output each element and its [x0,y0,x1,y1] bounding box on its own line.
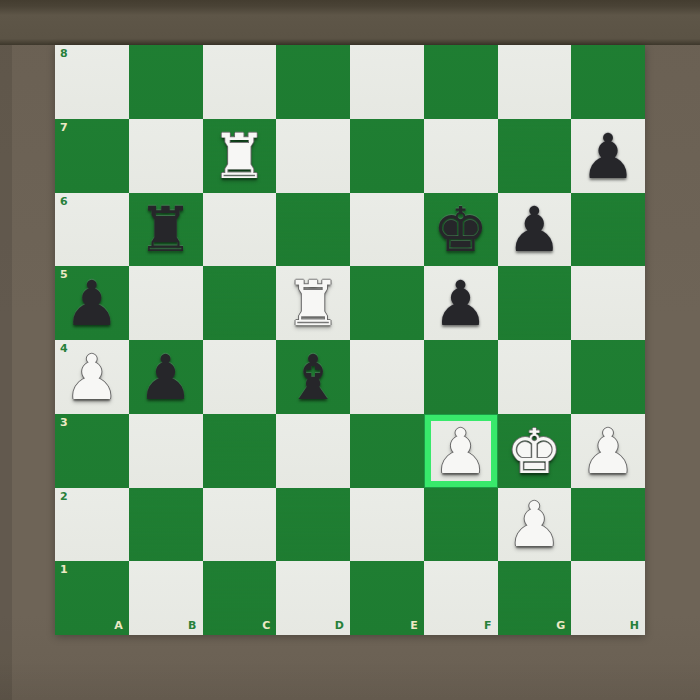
square-a4[interactable]: 4♟ [55,340,129,414]
file-label-a: A [114,620,123,631]
square-a7[interactable]: 7 [55,119,129,193]
square-e6[interactable] [350,193,424,267]
file-label-h: H [630,620,639,631]
square-d7[interactable] [276,119,350,193]
file-label-g: G [556,620,565,631]
square-g4[interactable] [498,340,572,414]
square-g7[interactable] [498,119,572,193]
square-d8[interactable] [276,45,350,119]
square-a5[interactable]: 5♟ [55,266,129,340]
square-f4[interactable] [424,340,498,414]
file-label-c: C [262,620,270,631]
rank-label-2: 2 [60,491,68,502]
file-label-f: F [484,620,492,631]
square-h1[interactable]: H [571,561,645,635]
square-h8[interactable] [571,45,645,119]
square-a8[interactable]: 8 [55,45,129,119]
square-c2[interactable] [203,488,277,562]
square-g8[interactable] [498,45,572,119]
square-b6[interactable]: ♜ [129,193,203,267]
square-a6[interactable]: 6 [55,193,129,267]
black-pawn-h7[interactable]: ♟ [580,126,636,188]
square-e1[interactable]: E [350,561,424,635]
square-f7[interactable] [424,119,498,193]
square-e8[interactable] [350,45,424,119]
square-d1[interactable]: D [276,561,350,635]
square-g3[interactable]: ♚ [498,414,572,488]
square-b4[interactable]: ♟ [129,340,203,414]
white-king-g3[interactable]: ♚ [507,421,563,483]
white-pawn-g2[interactable]: ♟ [507,494,563,556]
square-h2[interactable] [571,488,645,562]
square-h5[interactable] [571,266,645,340]
square-d6[interactable] [276,193,350,267]
square-c8[interactable] [203,45,277,119]
square-c7[interactable]: ♜ [203,119,277,193]
square-h4[interactable] [571,340,645,414]
square-g5[interactable] [498,266,572,340]
black-pawn-g6[interactable]: ♟ [507,199,563,261]
black-pawn-b4[interactable]: ♟ [138,347,194,409]
square-b2[interactable] [129,488,203,562]
square-f8[interactable] [424,45,498,119]
square-c5[interactable] [203,266,277,340]
background-bottom-shade [0,660,700,700]
black-rook-b6[interactable]: ♜ [138,199,194,261]
black-king-f6[interactable]: ♚ [433,199,489,261]
table-background: 87♜♟6♜♚♟5♟♜♟4♟♟♝3♟♚♟2♟1ABCDEFGH [0,0,700,700]
square-g1[interactable]: G [498,561,572,635]
square-f5[interactable]: ♟ [424,266,498,340]
square-e4[interactable] [350,340,424,414]
square-e5[interactable] [350,266,424,340]
black-bishop-d4[interactable]: ♝ [285,347,341,409]
chess-board: 87♜♟6♜♚♟5♟♜♟4♟♟♝3♟♚♟2♟1ABCDEFGH [55,45,645,635]
white-pawn-f3[interactable]: ♟ [433,421,489,483]
file-label-b: B [188,620,196,631]
file-label-e: E [410,620,418,631]
square-d3[interactable] [276,414,350,488]
square-b7[interactable] [129,119,203,193]
square-f6[interactable]: ♚ [424,193,498,267]
rank-label-1: 1 [60,564,68,575]
square-f1[interactable]: F [424,561,498,635]
square-e2[interactable] [350,488,424,562]
square-d2[interactable] [276,488,350,562]
square-d5[interactable]: ♜ [276,266,350,340]
square-b8[interactable] [129,45,203,119]
square-e7[interactable] [350,119,424,193]
background-left-edge [0,45,12,700]
square-h6[interactable] [571,193,645,267]
square-f2[interactable] [424,488,498,562]
file-label-d: D [335,620,344,631]
square-a2[interactable]: 2 [55,488,129,562]
square-h3[interactable]: ♟ [571,414,645,488]
square-h7[interactable]: ♟ [571,119,645,193]
black-pawn-a5[interactable]: ♟ [64,273,120,335]
square-b1[interactable]: B [129,561,203,635]
highlighted-square-f3[interactable]: ♟ [424,414,498,488]
white-pawn-a4[interactable]: ♟ [64,347,120,409]
square-g2[interactable]: ♟ [498,488,572,562]
square-g6[interactable]: ♟ [498,193,572,267]
square-c4[interactable] [203,340,277,414]
black-pawn-f5[interactable]: ♟ [433,273,489,335]
square-e3[interactable] [350,414,424,488]
rank-label-6: 6 [60,196,68,207]
square-a1[interactable]: 1A [55,561,129,635]
square-b5[interactable] [129,266,203,340]
background-top-band [0,0,700,45]
square-c3[interactable] [203,414,277,488]
white-pawn-h3[interactable]: ♟ [580,421,636,483]
square-d4[interactable]: ♝ [276,340,350,414]
white-rook-c7[interactable]: ♜ [212,126,268,188]
rank-label-8: 8 [60,48,68,59]
square-c6[interactable] [203,193,277,267]
rank-label-7: 7 [60,122,68,133]
square-a3[interactable]: 3 [55,414,129,488]
white-rook-d5[interactable]: ♜ [285,273,341,335]
rank-label-3: 3 [60,417,68,428]
square-c1[interactable]: C [203,561,277,635]
square-b3[interactable] [129,414,203,488]
